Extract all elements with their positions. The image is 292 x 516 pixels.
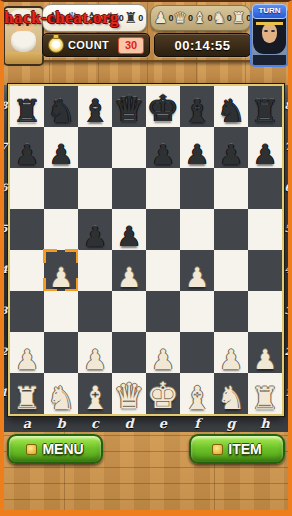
- game-timer-panel: 00:14:55: [154, 33, 251, 57]
- menu-button[interactable]: MENU: [7, 434, 103, 464]
- captured-rook-entry: ♜0: [232, 11, 251, 26]
- piece-white-queen[interactable]: ♛: [113, 379, 144, 414]
- bishop-icon: ♝: [193, 11, 206, 26]
- square-f5[interactable]: [180, 209, 214, 250]
- square-g5[interactable]: [214, 209, 248, 250]
- file-label-e: e: [146, 416, 180, 431]
- piece-black-pawn[interactable]: ♟: [117, 223, 141, 250]
- square-h7[interactable]: ♟: [248, 127, 282, 168]
- piece-white-rook[interactable]: ♜: [251, 383, 279, 414]
- square-e8[interactable]: ♚: [146, 86, 180, 127]
- queen-icon: ♛: [173, 11, 186, 26]
- square-a3[interactable]: [10, 291, 44, 332]
- square-h1[interactable]: ♜: [248, 373, 282, 414]
- avatar-face: [262, 23, 277, 43]
- piece-black-queen[interactable]: ♛: [113, 92, 144, 127]
- square-f1[interactable]: ♝: [180, 373, 214, 414]
- piece-white-rook[interactable]: ♜: [13, 383, 41, 414]
- square-f6[interactable]: [180, 168, 214, 209]
- captured-rook-entry: ♜0: [124, 11, 143, 26]
- watermark-text: hack-cheat.org: [4, 8, 119, 28]
- piece-white-pawn[interactable]: ♟: [219, 346, 243, 373]
- square-d5[interactable]: ♟: [112, 209, 146, 250]
- selection-corner: [43, 278, 57, 292]
- square-f8[interactable]: ♝: [180, 86, 214, 127]
- square-h3[interactable]: [248, 291, 282, 332]
- square-a1[interactable]: ♜: [10, 373, 44, 414]
- rank-label-7-right: 7: [284, 141, 292, 152]
- square-c1[interactable]: ♝: [78, 373, 112, 414]
- square-b1[interactable]: ♞: [44, 373, 78, 414]
- piece-white-pawn[interactable]: ♟: [151, 346, 175, 373]
- square-c2[interactable]: ♟: [78, 332, 112, 373]
- square-h2[interactable]: ♟: [248, 332, 282, 373]
- piece-white-bishop[interactable]: ♝: [81, 382, 110, 414]
- square-g1[interactable]: ♞: [214, 373, 248, 414]
- square-a6[interactable]: [10, 168, 44, 209]
- square-g8[interactable]: ♞: [214, 86, 248, 127]
- rank-label-7-left: 7: [0, 141, 8, 152]
- captured-queen-entry: ♛0: [173, 11, 192, 26]
- captured-white-pieces-tray: ♟0♛0♝0♞0♜0: [150, 5, 251, 31]
- avatar-beard: [11, 31, 36, 52]
- square-d8[interactable]: ♛: [112, 86, 146, 127]
- square-b4[interactable]: ♟: [44, 250, 78, 291]
- file-label-a: a: [10, 416, 44, 431]
- piece-black-pawn[interactable]: ♟: [83, 223, 107, 250]
- file-label-h: h: [248, 416, 282, 431]
- square-f3[interactable]: [180, 291, 214, 332]
- avatar-dress: [253, 55, 286, 65]
- square-h6[interactable]: [248, 168, 282, 209]
- black-player-area: TURN: [250, 4, 289, 65]
- rank-label-1-left: 1: [0, 387, 8, 398]
- avatar-eye: [271, 30, 275, 32]
- piece-black-pawn[interactable]: ♟: [185, 141, 209, 168]
- square-f4[interactable]: ♟: [180, 250, 214, 291]
- captured-knight-entry: ♞0: [212, 11, 231, 26]
- square-c5[interactable]: ♟: [78, 209, 112, 250]
- square-g4[interactable]: [214, 250, 248, 291]
- selection-corner: [65, 278, 79, 292]
- knight-icon: ♞: [212, 11, 225, 26]
- item-button-icon: [212, 444, 223, 455]
- square-h5[interactable]: [248, 209, 282, 250]
- captured-pawn-entry: ♟0: [154, 11, 173, 26]
- chess-game-screen: ♟0♛0♝0♞0♜0 ♟0♛0♝0♞0♜0 COUNT 30 00:14:55 …: [0, 0, 292, 516]
- wood-backdrop: [0, 60, 292, 85]
- item-button[interactable]: ITEM: [189, 434, 285, 464]
- rank-label-5-right: 5: [284, 223, 292, 234]
- piece-white-knight[interactable]: ♞: [217, 382, 246, 414]
- avatar-robe: [5, 52, 42, 64]
- square-h8[interactable]: ♜: [248, 86, 282, 127]
- square-c8[interactable]: ♝: [78, 86, 112, 127]
- piece-white-king[interactable]: ♚: [147, 378, 179, 414]
- square-e5[interactable]: [146, 209, 180, 250]
- piece-white-knight[interactable]: ♞: [47, 382, 76, 414]
- piece-white-pawn[interactable]: ♟: [185, 264, 209, 291]
- board-zone: ♜♞♝♛♚♝♞♜♟♟♟♟♟♟♟♟♟♟♟♟♟♟♟♟♜♞♝♛♚♝♞♜ 8877665…: [0, 60, 292, 432]
- square-d6[interactable]: [112, 168, 146, 209]
- square-b8[interactable]: ♞: [44, 86, 78, 127]
- rank-label-4-left: 4: [0, 264, 8, 275]
- square-e7[interactable]: ♟: [146, 127, 180, 168]
- pawn-icon: ♟: [154, 11, 167, 26]
- square-a4[interactable]: [10, 250, 44, 291]
- piece-black-rook[interactable]: ♜: [13, 96, 41, 127]
- menu-button-label: MENU: [42, 441, 83, 457]
- file-label-f: f: [180, 416, 214, 431]
- avatar-eye: [264, 30, 268, 32]
- rank-label-2-right: 2: [284, 346, 292, 357]
- square-d3[interactable]: [112, 291, 146, 332]
- rank-label-4-right: 4: [284, 264, 292, 275]
- square-c6[interactable]: [78, 168, 112, 209]
- rook-icon: ♜: [124, 11, 137, 26]
- bottom-bar: MENU ITEM: [0, 432, 292, 516]
- rank-label-5-left: 5: [0, 223, 8, 234]
- square-b6[interactable]: [44, 168, 78, 209]
- square-e4[interactable]: [146, 250, 180, 291]
- rank-label-3-left: 3: [0, 305, 8, 316]
- file-label-d: d: [112, 416, 146, 431]
- captured-count: 0: [138, 13, 143, 23]
- piece-black-knight[interactable]: ♞: [217, 95, 246, 127]
- chess-board: ♜♞♝♛♚♝♞♜♟♟♟♟♟♟♟♟♟♟♟♟♟♟♟♟♜♞♝♛♚♝♞♜: [8, 84, 284, 416]
- square-a7[interactable]: ♟: [10, 127, 44, 168]
- square-e2[interactable]: ♟: [146, 332, 180, 373]
- piece-black-rook[interactable]: ♜: [251, 96, 279, 127]
- square-d2[interactable]: [112, 332, 146, 373]
- captured-bishop-entry: ♝0: [193, 11, 212, 26]
- piece-white-pawn[interactable]: ♟: [83, 346, 107, 373]
- square-a5[interactable]: [10, 209, 44, 250]
- square-g7[interactable]: ♟: [214, 127, 248, 168]
- piece-black-pawn[interactable]: ♟: [15, 141, 39, 168]
- board-grid: ♜♞♝♛♚♝♞♜♟♟♟♟♟♟♟♟♟♟♟♟♟♟♟♟♜♞♝♛♚♝♞♜: [10, 86, 282, 414]
- selection-corner: [65, 249, 79, 263]
- selection-corner: [43, 249, 57, 263]
- piece-black-pawn[interactable]: ♟: [253, 141, 277, 168]
- piece-black-bishop[interactable]: ♝: [81, 95, 110, 127]
- square-a2[interactable]: ♟: [10, 332, 44, 373]
- rank-label-8-right: 8: [284, 100, 292, 111]
- square-f7[interactable]: ♟: [180, 127, 214, 168]
- square-b7[interactable]: ♟: [44, 127, 78, 168]
- square-e6[interactable]: [146, 168, 180, 209]
- count-value: 30: [118, 37, 144, 54]
- square-g2[interactable]: ♟: [214, 332, 248, 373]
- square-b3[interactable]: [44, 291, 78, 332]
- square-d1[interactable]: ♛: [112, 373, 146, 414]
- piece-black-knight[interactable]: ♞: [47, 95, 76, 127]
- piece-black-pawn[interactable]: ♟: [219, 141, 243, 168]
- rook-icon: ♜: [232, 11, 245, 26]
- square-a8[interactable]: ♜: [10, 86, 44, 127]
- square-f2[interactable]: [180, 332, 214, 373]
- piece-white-pawn[interactable]: ♟: [117, 264, 141, 291]
- piece-black-king[interactable]: ♚: [147, 91, 179, 127]
- timer-value: 00:14:55: [174, 38, 230, 53]
- item-button-label: ITEM: [228, 441, 261, 457]
- square-e1[interactable]: ♚: [146, 373, 180, 414]
- piece-black-bishop[interactable]: ♝: [183, 95, 212, 127]
- rank-label-6-left: 6: [0, 182, 8, 193]
- rank-label-1-right: 1: [284, 387, 292, 398]
- piece-black-pawn[interactable]: ♟: [151, 141, 175, 168]
- square-g6[interactable]: [214, 168, 248, 209]
- rank-label-8-left: 8: [0, 100, 8, 111]
- file-label-c: c: [78, 416, 112, 431]
- square-c4[interactable]: [78, 250, 112, 291]
- file-label-b: b: [44, 416, 78, 431]
- square-b2[interactable]: [44, 332, 78, 373]
- square-b5[interactable]: [44, 209, 78, 250]
- piece-black-pawn[interactable]: ♟: [49, 141, 73, 168]
- count-label: COUNT: [68, 39, 109, 51]
- piece-white-pawn[interactable]: ♟: [253, 346, 277, 373]
- rank-label-2-left: 2: [0, 346, 8, 357]
- rank-label-3-right: 3: [284, 305, 292, 316]
- piece-white-pawn[interactable]: ♟: [15, 346, 39, 373]
- square-h4[interactable]: [248, 250, 282, 291]
- piece-white-bishop[interactable]: ♝: [183, 382, 212, 414]
- square-e3[interactable]: [146, 291, 180, 332]
- stopwatch-icon: [48, 37, 64, 53]
- file-label-g: g: [214, 416, 248, 431]
- rank-label-6-right: 6: [284, 182, 292, 193]
- avatar-headband: [256, 22, 283, 25]
- square-g3[interactable]: [214, 291, 248, 332]
- square-d4[interactable]: ♟: [112, 250, 146, 291]
- move-count-panel: COUNT 30: [42, 33, 150, 57]
- menu-button-icon: [26, 444, 37, 455]
- square-c3[interactable]: [78, 291, 112, 332]
- square-c7[interactable]: [78, 127, 112, 168]
- square-d7[interactable]: [112, 127, 146, 168]
- turn-indicator-badge: TURN: [252, 4, 287, 19]
